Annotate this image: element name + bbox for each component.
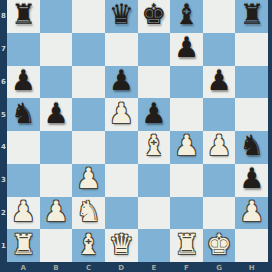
square-g3[interactable] <box>203 164 236 197</box>
black-pawn-e5[interactable]: ♟ <box>141 100 166 128</box>
white-pawn-f4[interactable]: ♟ <box>174 132 199 160</box>
square-a1[interactable]: ♜ <box>7 229 40 262</box>
square-e7[interactable] <box>138 33 171 66</box>
black-pawn-g6[interactable]: ♟ <box>207 67 232 95</box>
square-a7[interactable] <box>7 33 40 66</box>
square-a6[interactable]: ♟ <box>7 66 40 99</box>
square-a2[interactable]: ♟ <box>7 197 40 230</box>
square-c8[interactable] <box>72 0 105 33</box>
rank-labels: 87654321 <box>0 0 7 262</box>
square-e3[interactable] <box>138 164 171 197</box>
square-b8[interactable] <box>40 0 73 33</box>
square-c7[interactable] <box>72 33 105 66</box>
square-b7[interactable] <box>40 33 73 66</box>
white-rook-a1[interactable]: ♜ <box>11 231 36 259</box>
file-labels: ABCDEFGH <box>7 262 268 272</box>
board: ♜♛♚♝♜♟♟♟♟♞♟♟♟♝♟♟♞♟♟♟♟♞♟♜♝♛♜♚ <box>7 0 268 262</box>
square-h4[interactable]: ♞ <box>235 131 268 164</box>
file-label-g: G <box>203 262 236 272</box>
black-pawn-f7[interactable]: ♟ <box>174 34 199 62</box>
square-b2[interactable]: ♟ <box>40 197 73 230</box>
square-h3[interactable]: ♟ <box>235 164 268 197</box>
square-a4[interactable] <box>7 131 40 164</box>
black-rook-a8[interactable]: ♜ <box>11 1 36 29</box>
square-e5[interactable]: ♟ <box>138 98 171 131</box>
square-g6[interactable]: ♟ <box>203 66 236 99</box>
black-knight-h4[interactable]: ♞ <box>239 132 264 160</box>
square-d8[interactable]: ♛ <box>105 0 138 33</box>
black-queen-d8[interactable]: ♛ <box>109 1 134 29</box>
file-label-e: E <box>138 262 171 272</box>
square-f4[interactable]: ♟ <box>170 131 203 164</box>
square-c2[interactable]: ♞ <box>72 197 105 230</box>
square-f5[interactable] <box>170 98 203 131</box>
square-h6[interactable] <box>235 66 268 99</box>
square-f2[interactable] <box>170 197 203 230</box>
black-pawn-a6[interactable]: ♟ <box>11 67 36 95</box>
square-c4[interactable] <box>72 131 105 164</box>
rank-label-7: 7 <box>0 33 7 66</box>
square-b1[interactable] <box>40 229 73 262</box>
white-knight-c2[interactable]: ♞ <box>76 198 101 226</box>
white-queen-d1[interactable]: ♛ <box>109 231 134 259</box>
square-f1[interactable]: ♜ <box>170 229 203 262</box>
square-d6[interactable]: ♟ <box>105 66 138 99</box>
rank-label-8: 8 <box>0 0 7 33</box>
square-h8[interactable]: ♜ <box>235 0 268 33</box>
square-d2[interactable] <box>105 197 138 230</box>
square-d3[interactable] <box>105 164 138 197</box>
rank-label-4: 4 <box>0 131 7 164</box>
white-king-g1[interactable]: ♚ <box>207 231 232 259</box>
square-h7[interactable] <box>235 33 268 66</box>
square-b4[interactable] <box>40 131 73 164</box>
square-b5[interactable]: ♟ <box>40 98 73 131</box>
white-pawn-b2[interactable]: ♟ <box>43 198 68 226</box>
square-b3[interactable] <box>40 164 73 197</box>
square-h1[interactable] <box>235 229 268 262</box>
square-a5[interactable]: ♞ <box>7 98 40 131</box>
file-label-b: B <box>40 262 73 272</box>
black-pawn-b5[interactable]: ♟ <box>43 100 68 128</box>
white-pawn-a2[interactable]: ♟ <box>11 198 36 226</box>
file-label-f: F <box>170 262 203 272</box>
black-bishop-f8[interactable]: ♝ <box>174 1 199 29</box>
white-pawn-h2[interactable]: ♟ <box>239 198 264 226</box>
white-bishop-c1[interactable]: ♝ <box>76 231 101 259</box>
square-h2[interactable]: ♟ <box>235 197 268 230</box>
square-g8[interactable] <box>203 0 236 33</box>
square-f3[interactable] <box>170 164 203 197</box>
square-c3[interactable]: ♟ <box>72 164 105 197</box>
square-c1[interactable]: ♝ <box>72 229 105 262</box>
square-h5[interactable] <box>235 98 268 131</box>
black-pawn-h3[interactable]: ♟ <box>239 165 264 193</box>
rank-label-2: 2 <box>0 197 7 230</box>
rank-label-1: 1 <box>0 229 7 262</box>
square-g7[interactable] <box>203 33 236 66</box>
black-knight-a5[interactable]: ♞ <box>11 100 36 128</box>
square-b6[interactable] <box>40 66 73 99</box>
square-a3[interactable] <box>7 164 40 197</box>
square-e1[interactable] <box>138 229 171 262</box>
square-f6[interactable] <box>170 66 203 99</box>
rank-label-3: 3 <box>0 164 7 197</box>
white-rook-f1[interactable]: ♜ <box>174 231 199 259</box>
square-e2[interactable] <box>138 197 171 230</box>
square-a8[interactable]: ♜ <box>7 0 40 33</box>
square-d5[interactable]: ♟ <box>105 98 138 131</box>
square-f7[interactable]: ♟ <box>170 33 203 66</box>
file-label-c: C <box>72 262 105 272</box>
rank-label-5: 5 <box>0 98 7 131</box>
black-rook-h8[interactable]: ♜ <box>239 1 264 29</box>
square-e8[interactable]: ♚ <box>138 0 171 33</box>
square-d7[interactable] <box>105 33 138 66</box>
rank-label-6: 6 <box>0 66 7 99</box>
file-label-h: H <box>235 262 268 272</box>
chessboard-frame: 87654321 ♜♛♚♝♜♟♟♟♟♞♟♟♟♝♟♟♞♟♟♟♟♞♟♜♝♛♜♚ AB… <box>0 0 272 272</box>
white-pawn-c3[interactable]: ♟ <box>76 165 101 193</box>
black-pawn-d6[interactable]: ♟ <box>109 67 134 95</box>
square-g2[interactable] <box>203 197 236 230</box>
square-g4[interactable]: ♟ <box>203 131 236 164</box>
square-d4[interactable] <box>105 131 138 164</box>
file-label-a: A <box>7 262 40 272</box>
square-f8[interactable]: ♝ <box>170 0 203 33</box>
white-pawn-g4[interactable]: ♟ <box>207 132 232 160</box>
square-c5[interactable] <box>72 98 105 131</box>
square-d1[interactable]: ♛ <box>105 229 138 262</box>
square-g1[interactable]: ♚ <box>203 229 236 262</box>
black-king-e8[interactable]: ♚ <box>141 1 166 29</box>
square-e6[interactable] <box>138 66 171 99</box>
square-c6[interactable] <box>72 66 105 99</box>
square-e4[interactable]: ♝ <box>138 131 171 164</box>
white-pawn-d5[interactable]: ♟ <box>109 100 134 128</box>
white-bishop-e4[interactable]: ♝ <box>141 132 166 160</box>
square-g5[interactable] <box>203 98 236 131</box>
file-label-d: D <box>105 262 138 272</box>
